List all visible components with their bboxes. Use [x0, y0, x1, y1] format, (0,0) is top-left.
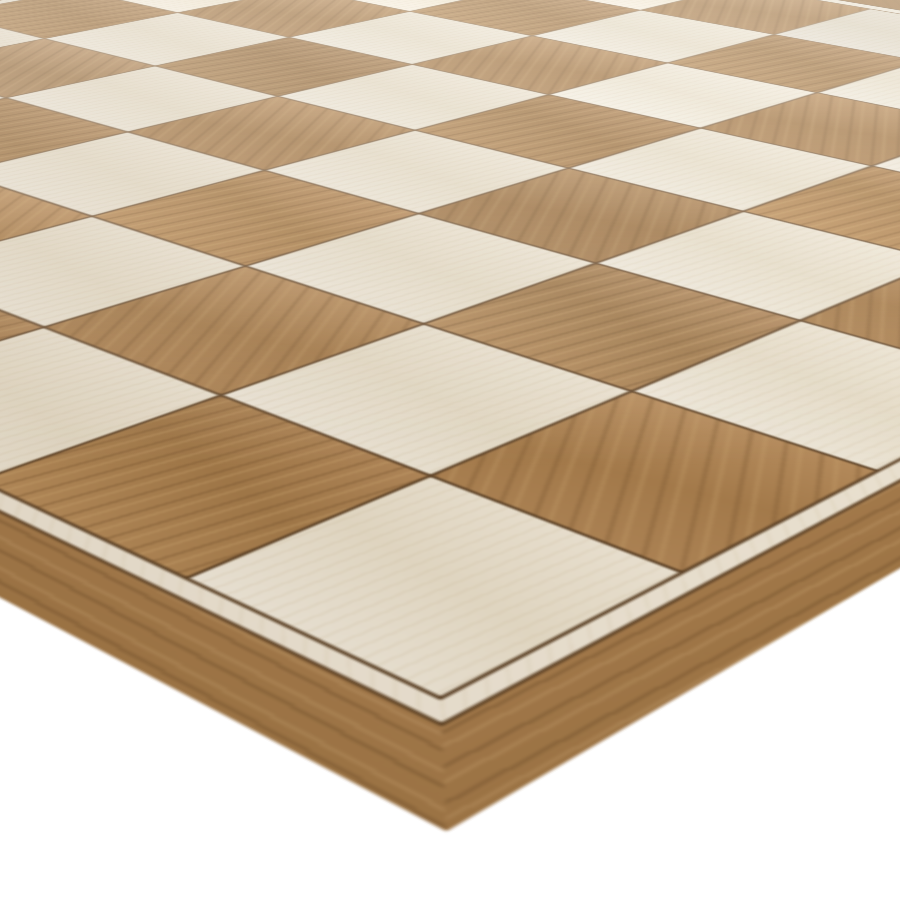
board-scene [0, 0, 900, 900]
photo-canvas [0, 0, 900, 900]
chess-board [0, 0, 900, 831]
